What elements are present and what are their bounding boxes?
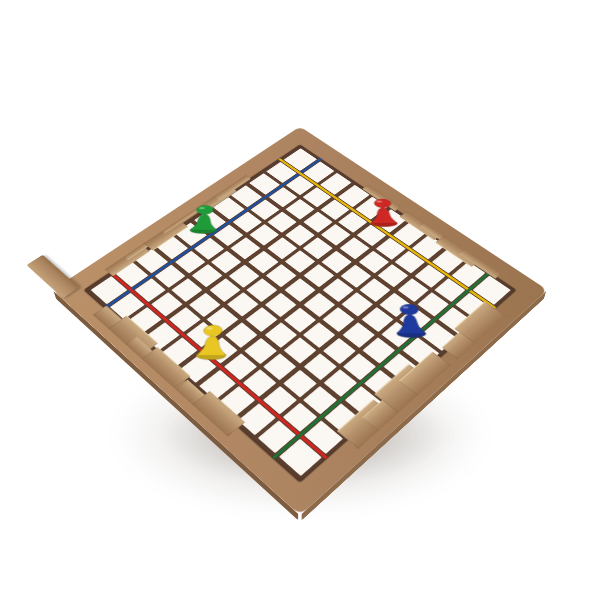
wall-piece-flat-spare[interactable] bbox=[27, 255, 80, 298]
board-photo-scene bbox=[0, 0, 600, 600]
